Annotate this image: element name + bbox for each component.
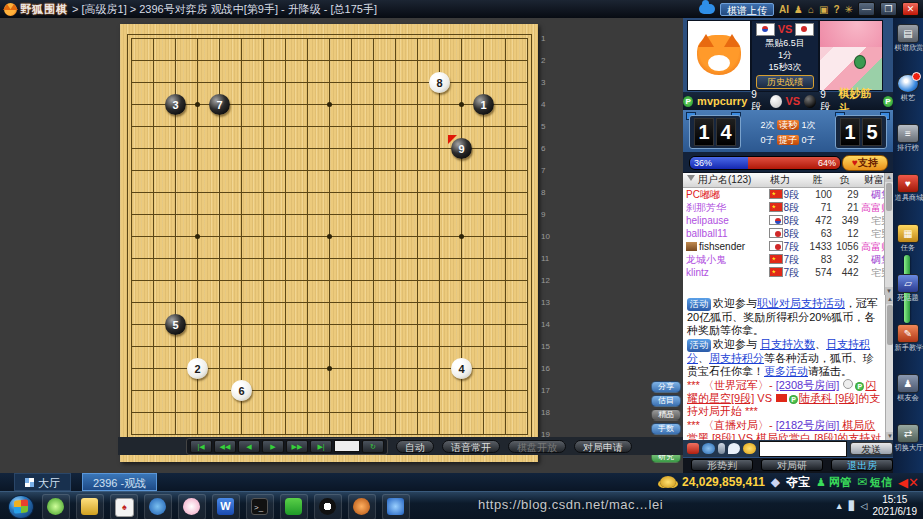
exit-room-button[interactable]: 退出房间 [831, 459, 893, 471]
playback-▶[interactable]: ▶ [262, 440, 284, 453]
toolbar-item-任务[interactable]: ▦任务 [893, 224, 923, 253]
playback-bar: |◀◀◀◀▶▶▶▶|↻ 自动 语音常开 棋盘开放 对局申请 [118, 437, 683, 455]
cn-flag-icon [769, 189, 783, 199]
avatar-badge-icon [686, 242, 697, 251]
notification-dot [912, 72, 921, 81]
row-label-15: 15 [541, 342, 550, 351]
coin-amount: 24,029,859,411 [682, 475, 765, 489]
toolbar-label: 任务 [895, 244, 922, 253]
pink-icon [183, 498, 200, 515]
taskbar-app-card[interactable]: ♠ [110, 494, 138, 519]
toolbar-item-棋谱欣赏[interactable]: ▤棋谱欣赏 [893, 24, 923, 53]
blue2-icon [387, 498, 404, 515]
tray-up-arrow[interactable]: ▲ [835, 501, 844, 511]
toolbar-item-道具商城[interactable]: ♥道具商城 [893, 174, 923, 203]
wps-icon: W [217, 498, 234, 515]
orange-icon [353, 498, 370, 515]
hoshi-point [459, 234, 464, 239]
treasure-button[interactable]: 夺宝 [786, 474, 810, 491]
chat-message: 活动欢迎参与 日支持次数、日支持积分、周支持积分等各种活动，狐币、珍贵宝石任你拿… [687, 338, 883, 378]
black-stone-icon [804, 95, 816, 108]
hoshi-point [195, 234, 200, 239]
chat-link[interactable]: 职业对局支持活动 [757, 297, 845, 309]
pro-coin-icon: P [855, 382, 864, 391]
cloud-upload-icon[interactable] [699, 4, 715, 14]
spectator-row-刹那芳华[interactable]: 刹那芳华8段7121高富帅 [683, 201, 893, 214]
taskbar-app-wps[interactable]: W [212, 494, 240, 519]
棋谱欣赏-icon[interactable]: ▤ [897, 24, 919, 43]
csdn-watermark: https://blog.csdn.net/mac…lei [478, 497, 663, 512]
toolbar-item-新手教学[interactable]: ✎新手教学 [893, 324, 923, 353]
toolbar-label: 切换大厅 [895, 444, 922, 453]
board-button-分享[interactable]: 分享 [651, 381, 681, 393]
komi-label: 黑贴6.5目 [752, 37, 818, 49]
playback-▶|[interactable]: ▶| [310, 440, 332, 453]
black-vote-segment: 64% [748, 157, 840, 169]
room-action-bar: 形势判断 对局研究 退出房间 [683, 458, 893, 473]
chat-link[interactable]: 日支持次数 [760, 338, 815, 350]
taskbar-app-folder[interactable] [76, 494, 104, 519]
chat-link[interactable]: [2308号房间] [776, 379, 840, 391]
row-label-1: 1 [541, 34, 545, 43]
white-vote-segment: 36% [690, 157, 748, 169]
row-label-14: 14 [541, 320, 550, 329]
jp-flag-icon [769, 228, 783, 238]
white-clock-digit: 1 [694, 118, 714, 146]
board-button-精品[interactable]: 精品 [651, 409, 681, 421]
qq-icon [319, 498, 336, 515]
byoyomi-row: 2次 读秒 1次 [741, 119, 835, 132]
board-button-手数[interactable]: 手数 [651, 423, 681, 435]
row-label-16: 16 [541, 364, 550, 373]
player-bar: P mvpcurry 9段 VS 9段 棋妙筋斗 P [683, 92, 893, 110]
anime-avatar-image [820, 21, 882, 47]
open-board-button[interactable]: 棋盘开放 [508, 440, 566, 453]
chat-input-bar: 发送 ⏎ [683, 440, 893, 457]
row-label-11: 11 [541, 254, 549, 263]
byoyomi-label: 15秒3次 [752, 61, 818, 73]
sms-button[interactable]: ✉ 短信 [857, 475, 892, 490]
chat-text: *** 〈世界冠军〉- [687, 379, 776, 391]
game-research-button[interactable]: 对局研究 [761, 459, 823, 471]
taskbar-app-orange[interactable] [348, 494, 376, 519]
vote-bar: 36% 64% [689, 156, 841, 170]
auto-button[interactable]: 自动 [396, 440, 434, 453]
cn-flag-icon [769, 267, 783, 277]
white-player-avatar[interactable] [687, 20, 751, 91]
stone-black-C4: 3 [165, 94, 186, 115]
row-label-13: 13 [541, 298, 550, 307]
taskbar-app-wechat[interactable] [280, 494, 308, 519]
道具商城-icon[interactable]: ♥ [897, 174, 919, 193]
fox-logo-icon [4, 3, 17, 16]
toolbar-label: 排行榜 [895, 144, 922, 153]
windows-taskbar: ♠W>_ ▲ ▊ ◁ 15:15 2021/6/19 [0, 491, 923, 519]
game-request-button[interactable]: 对局申请 [574, 440, 632, 453]
home-icon[interactable]: ⌂ [808, 4, 814, 15]
black-clock-digit: 1 [840, 118, 860, 146]
排行榜-icon[interactable]: ≡ [897, 124, 919, 143]
hoshi-point [459, 366, 464, 371]
stone-black-P6: 9 [451, 138, 472, 159]
filter-funnel-icon[interactable] [687, 175, 695, 185]
voice-toggle-button[interactable]: 语音常开 [442, 440, 500, 453]
hoshi-point [327, 102, 332, 107]
row-label-3: 3 [541, 78, 545, 87]
black-player-flag-jp [795, 23, 814, 36]
taskbar-app-qq[interactable] [314, 494, 342, 519]
chat-link[interactable]: 更多活动 [764, 365, 808, 377]
row-label-4: 4 [541, 100, 545, 109]
playback-controls: |◀◀◀◀▶▶▶▶|↻ [186, 438, 388, 455]
black-player-avatar[interactable] [819, 20, 883, 91]
white-player-flag-kr [756, 23, 775, 36]
hoshi-point [327, 234, 332, 239]
scroll-up-arrow[interactable]: ▲ [885, 173, 893, 182]
tray-network-icon[interactable]: ▊ [849, 501, 856, 511]
row-label-6: 6 [541, 144, 545, 153]
chat-text [839, 379, 842, 391]
restore-button[interactable]: ❐ [880, 2, 897, 16]
row-label-5: 5 [541, 122, 545, 131]
taskbar-app-green[interactable] [42, 494, 70, 519]
cn-flag-icon [769, 202, 783, 212]
spectator-row-helipause[interactable]: helipause8段472349宅男 [683, 214, 893, 227]
stone-white-P16: 4 [451, 358, 472, 379]
board-button-估目[interactable]: 估目 [651, 395, 681, 407]
fox-icon [149, 498, 166, 515]
situation-judge-button[interactable]: 形势判断 [691, 459, 753, 471]
死活题-icon[interactable]: ▱ [897, 274, 919, 293]
mute-speaker-icon[interactable]: ◀✕ [898, 475, 919, 490]
tab-room-2396[interactable]: 2396 -观战 [82, 473, 157, 491]
activity-badge: 活动 [687, 298, 711, 311]
chat-text: 欢迎参与 [713, 297, 757, 309]
toolbar-item-死活题[interactable]: ▱死活题 [893, 274, 923, 303]
hoshi-point [327, 366, 332, 371]
toolbar-label: 新手教学 [895, 344, 922, 353]
切换大厅-icon[interactable]: ⇄ [897, 424, 919, 443]
profile-icon[interactable]: ♟ [794, 4, 803, 15]
emote-icon[interactable] [702, 443, 714, 454]
settings-gear-icon[interactable]: ✳ [845, 4, 853, 15]
white-player-name: mvpcurry [697, 95, 747, 107]
goban[interactable]: 123456789 [120, 24, 538, 462]
move-number-input[interactable] [334, 440, 360, 452]
spectator-table: 用户名(123) 棋力 胜 负 财富 PC嘟嘟9段10029碉堡刹那芳华8段71… [683, 172, 893, 296]
playback-|◀[interactable]: |◀ [190, 440, 212, 453]
kifu-upload-button[interactable]: 棋谱上传 [720, 3, 774, 16]
taskbar-clock[interactable]: 15:15 2021/6/19 [873, 494, 922, 518]
toolbar-label: 道具商城 [895, 194, 922, 203]
currency-status-bar: 24,029,859,411 ◆ 夺宝 ♟ 网管 ✉ 短信 ◀✕ [660, 473, 923, 491]
chat-message: *** 〈直播对局〉- [2182号房间] 棋局欣赏黑 [8段] VS 棋局欣赏… [687, 419, 883, 440]
send-button[interactable]: 发送 ⏎ [850, 442, 893, 455]
spectator-rows: PC嘟嘟9段10029碉堡刹那芳华8段7121高富帅helipause8段472… [683, 188, 893, 279]
row-label-7: 7 [541, 166, 545, 175]
breadcrumb: > [高级房1] > 2396号对弈房 观战中[第9手] - 升降级 - [总1… [72, 2, 377, 17]
spectator-row-PC嘟嘟[interactable]: PC嘟嘟9段10029碉堡 [683, 188, 893, 201]
history-record-button[interactable]: 历史战绩 [756, 75, 814, 89]
kr-flag-icon [769, 215, 783, 225]
stone-black-C14: 5 [165, 314, 186, 335]
spectator-row-klintz[interactable]: klintz7段574442宅男 [683, 266, 893, 279]
chat-text: 请猛击。 [808, 365, 852, 377]
row-label-12: 12 [541, 276, 550, 285]
match-info-panel: VS 黑贴6.5目 1分 15秒3次 历史战绩 [751, 20, 819, 92]
vs-label-2: VS [786, 95, 801, 107]
start-button[interactable] [8, 495, 34, 519]
folder-icon [81, 498, 98, 515]
clocks-panel: 1 4 2次 读秒 1次 0子 提子 0子 1 5 [683, 110, 893, 152]
bottom-strip: 大厅 2396 -观战 24,029,859,411 ◆ 夺宝 ♟ 网管 ✉ 短… [0, 473, 923, 491]
chat-link[interactable]: [2182号房间] [776, 419, 840, 431]
toolbar-item-切换大厅[interactable]: ⇄切换大厅 [893, 424, 923, 453]
hoshi-point [459, 102, 464, 107]
chat-text: *** 〈直播对局〉- [687, 419, 776, 431]
row-label-17: 17 [541, 386, 550, 395]
main-time-label: 1分 [752, 49, 818, 61]
gift-icon[interactable]: ▣ [819, 4, 828, 15]
棋艺-icon[interactable] [897, 74, 919, 93]
toolbar-item-排行榜[interactable]: ≡排行榜 [893, 124, 923, 153]
right-toolbar: ▤棋谱欣赏棋艺≡排行榜♥道具商城▦任务▱死活题✎新手教学♟棋友会⇄切换大厅 [893, 18, 923, 473]
jp-flag-icon [769, 241, 783, 251]
棋友会-icon[interactable]: ♟ [897, 374, 919, 393]
toolbar-item-棋友会[interactable]: ♟棋友会 [893, 374, 923, 403]
row-label-8: 8 [541, 188, 545, 197]
black-clock-digit: 5 [862, 118, 882, 146]
playback-◀[interactable]: ◀ [238, 440, 260, 453]
row-label-10: 10 [541, 232, 550, 241]
pro-coin-icon: P [789, 395, 798, 404]
stone-white-O3: 8 [429, 72, 450, 93]
support-vote-panel: 36% 64% ♥支持 [683, 152, 893, 172]
playback-▶▶[interactable]: ▶▶ [286, 440, 308, 453]
row-label-18: 18 [541, 408, 550, 417]
spectator-row-ballball11[interactable]: ballball118段6312宅男 [683, 227, 893, 240]
spectator-row-龙城小鬼[interactable]: 龙城小鬼7段8332碉堡 [683, 253, 893, 266]
tab-lobby[interactable]: 大厅 [14, 473, 71, 491]
chat-link[interactable]: 周支持积分 [709, 352, 764, 364]
app-logo-text: 野狐围棋 [20, 2, 68, 17]
activity-badge: 活动 [687, 339, 711, 352]
title-bar: 野狐围棋 > [高级房1] > 2396号对弈房 观战中[第9手] - 升降级 … [0, 0, 923, 18]
stone-white-D16: 2 [187, 358, 208, 379]
country-dot-icon [843, 379, 853, 389]
hoshi-point [195, 102, 200, 107]
system-tray: ▲ ▊ ◁ 15:15 2021/6/19 [835, 493, 921, 519]
stone-black-E4: 7 [209, 94, 230, 115]
fox-go-client-window: 野狐围棋 > [高级房1] > 2396号对弈房 观战中[第9手] - 升降级 … [0, 0, 923, 519]
cmd-icon: >_ [251, 498, 268, 515]
green-icon [47, 498, 64, 515]
goban-grid[interactable]: 123456789 [131, 38, 528, 435]
toolbar-label: 棋艺 [895, 94, 922, 103]
stone-black-Q4: 1 [473, 94, 494, 115]
vs-label: VS [778, 23, 793, 35]
taskbar-app-pink[interactable] [178, 494, 206, 519]
vote-icon[interactable] [687, 443, 699, 454]
table-scrollbar[interactable]: ▲ ▼ [884, 173, 893, 296]
taskbar-app-fox[interactable] [144, 494, 172, 519]
white-clock-digit: 4 [716, 118, 736, 146]
coins-icon [660, 476, 676, 488]
chat-area: 活动欢迎参与职业对局支持活动，冠军20亿狐币、奖励所得积分20%狐币，各种奖励等… [683, 295, 885, 440]
toolbar-item-棋艺[interactable]: 棋艺 [893, 74, 923, 103]
toolbar-label: 棋友会 [895, 394, 922, 403]
chat-text: VS [754, 392, 775, 404]
chat-link[interactable]: 陆承科 [9段] [799, 392, 858, 404]
black-coin-icon: P [883, 96, 893, 107]
chat-message: *** 〈世界冠军〉- [2308号房间] P闪耀的星空[9段] VS P陆承科… [687, 379, 883, 418]
playback-refresh[interactable]: ↻ [362, 440, 384, 453]
taskbar-app-blue2[interactable] [382, 494, 410, 519]
board-zone: 123456789 ABCDEFGHIJKLMNOPQRS 1234567891… [0, 18, 683, 455]
cn-flag-icon [769, 254, 783, 264]
speech-bubble-icon[interactable] [728, 443, 740, 454]
microphone-icon[interactable] [718, 443, 726, 454]
diamond-icon: ◆ [771, 475, 780, 489]
chat-message: 活动欢迎参与职业对局支持活动，冠军20亿狐币、奖励所得积分20%狐币，各种奖励等… [687, 297, 883, 337]
toolbar-label: 棋谱欣赏 [895, 44, 922, 53]
right-panel: VS 黑贴6.5目 1分 15秒3次 历史战绩 P mvpcurry 9段 VS… [683, 18, 893, 473]
spectator-row-fishsender[interactable]: fishsender7段14331056高富帅 [683, 240, 893, 253]
help-icon[interactable]: ? [834, 4, 840, 15]
white-coin-icon: P [683, 96, 693, 107]
close-button[interactable]: ✕ [902, 2, 919, 16]
admin-button[interactable]: ♟ 网管 [816, 475, 851, 490]
taskbar-app-cmd[interactable]: >_ [246, 494, 274, 519]
ai-button[interactable]: AI [779, 4, 789, 15]
smiley-icon[interactable] [743, 443, 755, 454]
spectator-table-header[interactable]: 用户名(123) 棋力 胜 负 财富 [683, 173, 893, 188]
black-clock: 1 5 [835, 115, 887, 149]
wechat-icon [285, 498, 302, 515]
row-label-9: 9 [541, 210, 545, 219]
support-button[interactable]: ♥支持 [842, 155, 888, 171]
white-stone-icon [770, 95, 782, 108]
chat-text: 、 [815, 338, 826, 350]
stone-white-F17: 6 [231, 380, 252, 401]
playback-◀◀[interactable]: ◀◀ [214, 440, 236, 453]
row-label-2: 2 [541, 56, 545, 65]
toolbar-label: 死活题 [895, 294, 922, 303]
chat-text: 、 [698, 352, 709, 364]
last-move-marker [448, 135, 457, 144]
lobby-grid-icon [25, 478, 34, 487]
cn-flag-icon [776, 394, 787, 402]
tray-volume-icon[interactable]: ◁ [861, 501, 868, 511]
card-icon: ♠ [115, 498, 134, 517]
新手教学-icon[interactable]: ✎ [897, 324, 919, 343]
white-clock: 1 4 [689, 115, 741, 149]
minimize-button[interactable]: — [858, 2, 875, 16]
captures-row: 0子 提子 0子 [741, 134, 835, 147]
chat-text: 欢迎参与 [713, 338, 760, 350]
hoshi-point [195, 366, 200, 371]
任务-icon[interactable]: ▦ [897, 224, 919, 243]
chat-text-input[interactable] [759, 441, 847, 457]
